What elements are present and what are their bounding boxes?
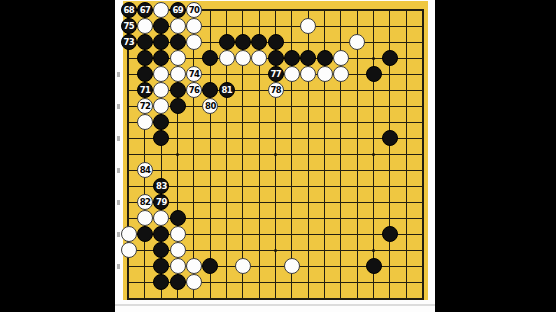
stone-white	[137, 114, 153, 130]
stone-white	[186, 258, 202, 274]
stone-white	[153, 66, 169, 82]
stone-white	[333, 66, 349, 82]
margin-tick	[117, 200, 120, 205]
stone-black	[382, 50, 398, 66]
stone-white	[284, 66, 300, 82]
stone-black-move-79: 79	[153, 194, 169, 210]
stone-black-move-83: 83	[153, 178, 169, 194]
stone-black	[382, 226, 398, 242]
stone-black	[170, 98, 186, 114]
stone-black-move-77: 77	[268, 66, 284, 82]
stone-black-move-69: 69	[170, 2, 186, 18]
stone-white	[349, 34, 365, 50]
stone-black	[170, 274, 186, 290]
stone-white	[186, 274, 202, 290]
stone-black	[137, 66, 153, 82]
stone-black	[382, 130, 398, 146]
stone-white	[153, 98, 169, 114]
kifu-page: 686769707573747771768178728084838279	[115, 0, 435, 312]
stone-black-move-71: 71	[137, 82, 153, 98]
stone-black	[284, 50, 300, 66]
stone-black	[202, 258, 218, 274]
stone-black-move-67: 67	[137, 2, 153, 18]
stone-black-move-68: 68	[121, 2, 137, 18]
stone-black	[366, 66, 382, 82]
margin-tick	[117, 232, 120, 237]
stone-black	[153, 258, 169, 274]
go-board: 686769707573747771768178728084838279	[123, 1, 428, 300]
stone-white	[300, 18, 316, 34]
margin-tick	[117, 136, 120, 141]
stones-layer: 686769707573747771768178728084838279	[121, 2, 431, 306]
stone-white	[186, 18, 202, 34]
stone-white-move-84: 84	[137, 162, 153, 178]
stone-white-move-76: 76	[186, 82, 202, 98]
stone-black	[137, 34, 153, 50]
stone-white	[170, 258, 186, 274]
stone-white	[284, 258, 300, 274]
stone-black	[251, 34, 267, 50]
left-black-bar	[0, 0, 115, 312]
stone-black	[170, 210, 186, 226]
stone-black	[202, 82, 218, 98]
stone-black-move-81: 81	[219, 82, 235, 98]
stone-white-move-70: 70	[186, 2, 202, 18]
stone-black	[366, 258, 382, 274]
stone-white	[153, 2, 169, 18]
stone-white	[137, 210, 153, 226]
stone-white	[300, 66, 316, 82]
stone-black	[153, 130, 169, 146]
stone-black	[235, 34, 251, 50]
stone-white-move-78: 78	[268, 82, 284, 98]
stone-black	[170, 34, 186, 50]
stone-white-move-82: 82	[137, 194, 153, 210]
stone-white	[153, 82, 169, 98]
stone-black	[153, 50, 169, 66]
stone-white	[170, 226, 186, 242]
margin-tick	[117, 104, 120, 109]
stone-white	[317, 66, 333, 82]
stone-white	[153, 210, 169, 226]
stone-white	[235, 50, 251, 66]
margin-tick	[117, 168, 120, 173]
stone-white-move-80: 80	[202, 98, 218, 114]
stone-white	[170, 66, 186, 82]
stone-white	[170, 50, 186, 66]
stone-black	[219, 34, 235, 50]
stone-black	[137, 226, 153, 242]
stone-black	[170, 82, 186, 98]
stone-black	[202, 50, 218, 66]
stone-black-move-73: 73	[121, 34, 137, 50]
stone-white	[170, 242, 186, 258]
stone-white-move-72: 72	[137, 98, 153, 114]
stone-white	[186, 34, 202, 50]
stone-white-move-74: 74	[186, 66, 202, 82]
stone-white	[121, 242, 137, 258]
stone-white	[235, 258, 251, 274]
screenshot-root: 686769707573747771768178728084838279	[0, 0, 556, 312]
stone-black	[137, 50, 153, 66]
stone-black	[317, 50, 333, 66]
stone-black	[300, 50, 316, 66]
stone-white	[219, 50, 235, 66]
stone-black	[153, 226, 169, 242]
stone-black-move-75: 75	[121, 18, 137, 34]
stone-black	[153, 242, 169, 258]
stone-white	[137, 18, 153, 34]
stone-black	[268, 50, 284, 66]
stone-white	[170, 18, 186, 34]
margin-tick	[117, 264, 120, 269]
stone-black	[153, 274, 169, 290]
page-bottom-margin	[115, 304, 435, 306]
stone-white	[251, 50, 267, 66]
stone-black	[153, 34, 169, 50]
stone-white	[121, 226, 137, 242]
stone-black	[153, 114, 169, 130]
stone-black	[268, 34, 284, 50]
stone-black	[153, 18, 169, 34]
stone-white	[333, 50, 349, 66]
right-black-bar	[435, 0, 556, 312]
margin-tick	[117, 72, 120, 77]
